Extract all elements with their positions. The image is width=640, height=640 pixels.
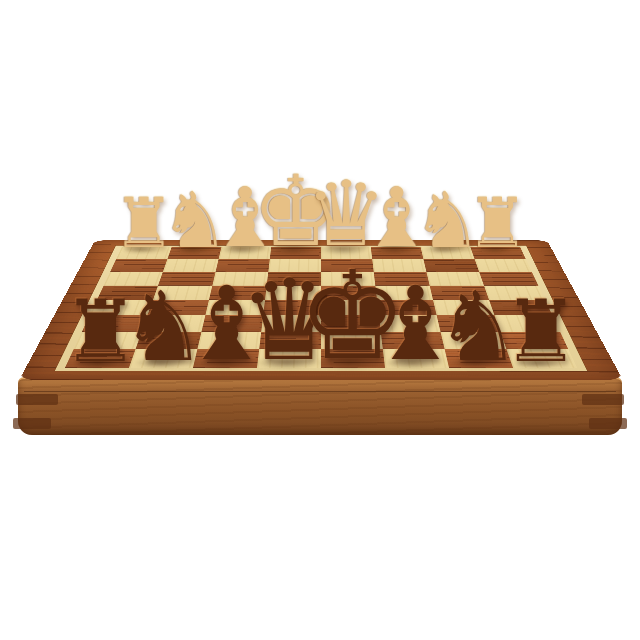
box-lid-seam: [24, 391, 616, 392]
finger-joint: [16, 394, 58, 405]
chess-set-photo: ♜♞♝♚♛♝♞♜♜♞♝♛♚♝♞♜: [0, 0, 640, 640]
piece-light-r-h8[interactable]: ♜: [467, 189, 529, 258]
piece-dark-r-h1[interactable]: ♜: [503, 287, 580, 373]
finger-joint: [589, 418, 627, 429]
finger-joint: [13, 418, 51, 429]
finger-joint: [582, 394, 624, 405]
